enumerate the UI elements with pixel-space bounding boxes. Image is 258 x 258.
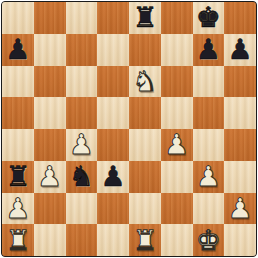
square-g5[interactable] xyxy=(193,97,225,129)
square-g1[interactable]: ♚ xyxy=(193,224,225,256)
piece-white-king-g1[interactable]: ♚ xyxy=(196,225,221,256)
square-a4[interactable] xyxy=(2,129,34,161)
piece-white-pawn-c4[interactable]: ♟ xyxy=(69,129,94,160)
square-b4[interactable] xyxy=(34,129,66,161)
piece-black-pawn-a7[interactable]: ♟ xyxy=(5,34,30,65)
piece-white-pawn-h2[interactable]: ♟ xyxy=(228,193,253,224)
square-h2[interactable]: ♟ xyxy=(224,193,256,225)
board-frame: ♜♚♟♟♟♞♟♟♜♟♞♟♟♟♟♜♜♚ xyxy=(1,1,257,257)
piece-black-rook-a3[interactable]: ♜ xyxy=(5,161,30,192)
piece-black-king-g8[interactable]: ♚ xyxy=(196,2,221,33)
square-c4[interactable]: ♟ xyxy=(66,129,98,161)
square-h5[interactable] xyxy=(224,97,256,129)
square-d3[interactable]: ♟ xyxy=(97,161,129,193)
square-g7[interactable]: ♟ xyxy=(193,34,225,66)
square-d1[interactable] xyxy=(97,224,129,256)
square-h3[interactable] xyxy=(224,161,256,193)
square-g4[interactable] xyxy=(193,129,225,161)
square-f7[interactable] xyxy=(161,34,193,66)
square-c6[interactable] xyxy=(66,66,98,98)
piece-white-pawn-g3[interactable]: ♟ xyxy=(196,161,221,192)
square-e3[interactable] xyxy=(129,161,161,193)
square-d7[interactable] xyxy=(97,34,129,66)
square-f5[interactable] xyxy=(161,97,193,129)
square-c8[interactable] xyxy=(66,2,98,34)
piece-black-pawn-g7[interactable]: ♟ xyxy=(196,34,221,65)
square-b1[interactable] xyxy=(34,224,66,256)
square-b3[interactable]: ♟ xyxy=(34,161,66,193)
square-a6[interactable] xyxy=(2,66,34,98)
square-a2[interactable]: ♟ xyxy=(2,193,34,225)
square-d4[interactable] xyxy=(97,129,129,161)
square-c7[interactable] xyxy=(66,34,98,66)
square-h4[interactable] xyxy=(224,129,256,161)
piece-black-pawn-d3[interactable]: ♟ xyxy=(101,161,126,192)
square-e4[interactable] xyxy=(129,129,161,161)
square-b7[interactable] xyxy=(34,34,66,66)
square-e1[interactable]: ♜ xyxy=(129,224,161,256)
square-b5[interactable] xyxy=(34,97,66,129)
square-b8[interactable] xyxy=(34,2,66,34)
square-c1[interactable] xyxy=(66,224,98,256)
piece-black-knight-c3[interactable]: ♞ xyxy=(69,161,94,192)
piece-black-rook-e8[interactable]: ♜ xyxy=(132,2,157,33)
square-f1[interactable] xyxy=(161,224,193,256)
square-h6[interactable] xyxy=(224,66,256,98)
square-b6[interactable] xyxy=(34,66,66,98)
square-g8[interactable]: ♚ xyxy=(193,2,225,34)
piece-white-pawn-b3[interactable]: ♟ xyxy=(37,161,62,192)
piece-black-pawn-h7[interactable]: ♟ xyxy=(228,34,253,65)
square-e7[interactable] xyxy=(129,34,161,66)
square-g6[interactable] xyxy=(193,66,225,98)
square-h1[interactable] xyxy=(224,224,256,256)
square-f3[interactable] xyxy=(161,161,193,193)
square-a8[interactable] xyxy=(2,2,34,34)
square-c3[interactable]: ♞ xyxy=(66,161,98,193)
piece-white-rook-a1[interactable]: ♜ xyxy=(5,225,30,256)
square-f8[interactable] xyxy=(161,2,193,34)
square-b2[interactable] xyxy=(34,193,66,225)
square-f6[interactable] xyxy=(161,66,193,98)
square-e8[interactable]: ♜ xyxy=(129,2,161,34)
square-h7[interactable]: ♟ xyxy=(224,34,256,66)
square-a7[interactable]: ♟ xyxy=(2,34,34,66)
square-f2[interactable] xyxy=(161,193,193,225)
square-a5[interactable] xyxy=(2,97,34,129)
piece-white-rook-e1[interactable]: ♜ xyxy=(132,225,157,256)
piece-white-pawn-f4[interactable]: ♟ xyxy=(164,129,189,160)
square-c2[interactable] xyxy=(66,193,98,225)
square-h8[interactable] xyxy=(224,2,256,34)
square-d2[interactable] xyxy=(97,193,129,225)
square-f4[interactable]: ♟ xyxy=(161,129,193,161)
square-g2[interactable] xyxy=(193,193,225,225)
square-a1[interactable]: ♜ xyxy=(2,224,34,256)
square-e5[interactable] xyxy=(129,97,161,129)
square-d5[interactable] xyxy=(97,97,129,129)
square-d8[interactable] xyxy=(97,2,129,34)
square-g3[interactable]: ♟ xyxy=(193,161,225,193)
square-c5[interactable] xyxy=(66,97,98,129)
chess-board: ♜♚♟♟♟♞♟♟♜♟♞♟♟♟♟♜♜♚ xyxy=(2,2,256,256)
square-a3[interactable]: ♜ xyxy=(2,161,34,193)
piece-white-knight-e6[interactable]: ♞ xyxy=(132,66,157,97)
square-e6[interactable]: ♞ xyxy=(129,66,161,98)
piece-white-pawn-a2[interactable]: ♟ xyxy=(5,193,30,224)
square-e2[interactable] xyxy=(129,193,161,225)
square-d6[interactable] xyxy=(97,66,129,98)
